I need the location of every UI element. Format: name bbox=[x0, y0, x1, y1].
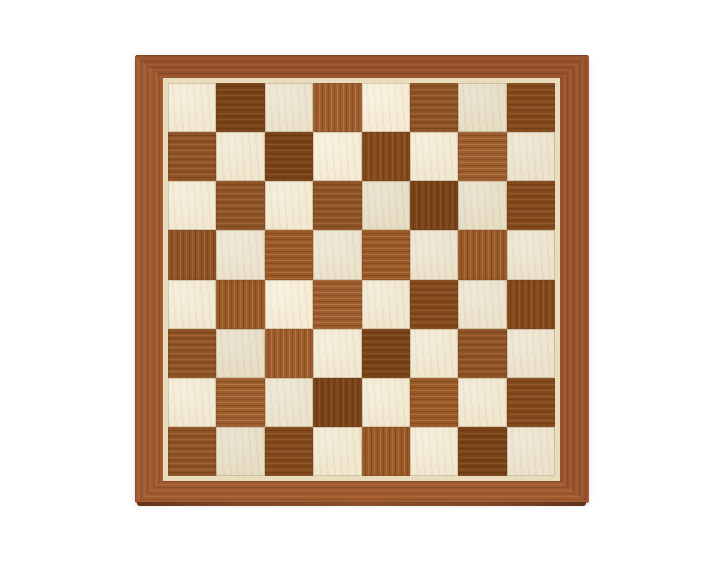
square-e6 bbox=[362, 181, 410, 230]
square-b3 bbox=[216, 329, 264, 378]
square-g1 bbox=[458, 427, 506, 476]
square-g6 bbox=[458, 181, 506, 230]
square-h3 bbox=[507, 329, 555, 378]
square-h1 bbox=[507, 427, 555, 476]
square-g4 bbox=[458, 280, 506, 329]
square-d2 bbox=[313, 378, 361, 427]
square-c3 bbox=[265, 329, 313, 378]
square-e1 bbox=[362, 427, 410, 476]
square-d7 bbox=[313, 132, 361, 181]
maple-inlay-border bbox=[163, 78, 560, 481]
square-c5 bbox=[265, 230, 313, 279]
square-a3 bbox=[168, 329, 216, 378]
square-b4 bbox=[216, 280, 264, 329]
square-b2 bbox=[216, 378, 264, 427]
board-side-edge bbox=[137, 502, 586, 506]
square-a5 bbox=[168, 230, 216, 279]
square-c8 bbox=[265, 83, 313, 132]
square-f8 bbox=[410, 83, 458, 132]
square-b5 bbox=[216, 230, 264, 279]
square-f7 bbox=[410, 132, 458, 181]
square-h2 bbox=[507, 378, 555, 427]
square-b6 bbox=[216, 181, 264, 230]
square-f5 bbox=[410, 230, 458, 279]
square-g7 bbox=[458, 132, 506, 181]
square-b1 bbox=[216, 427, 264, 476]
square-g3 bbox=[458, 329, 506, 378]
square-f1 bbox=[410, 427, 458, 476]
square-e3 bbox=[362, 329, 410, 378]
square-a2 bbox=[168, 378, 216, 427]
square-d8 bbox=[313, 83, 361, 132]
square-c7 bbox=[265, 132, 313, 181]
square-e8 bbox=[362, 83, 410, 132]
square-a4 bbox=[168, 280, 216, 329]
square-d4 bbox=[313, 280, 361, 329]
square-d6 bbox=[313, 181, 361, 230]
square-a8 bbox=[168, 83, 216, 132]
square-e7 bbox=[362, 132, 410, 181]
photo-background bbox=[0, 0, 720, 576]
square-h6 bbox=[507, 181, 555, 230]
square-f6 bbox=[410, 181, 458, 230]
square-g2 bbox=[458, 378, 506, 427]
square-e4 bbox=[362, 280, 410, 329]
square-a6 bbox=[168, 181, 216, 230]
square-g5 bbox=[458, 230, 506, 279]
square-a7 bbox=[168, 132, 216, 181]
square-f3 bbox=[410, 329, 458, 378]
square-b8 bbox=[216, 83, 264, 132]
board-top-surface bbox=[135, 55, 589, 503]
square-e5 bbox=[362, 230, 410, 279]
square-h4 bbox=[507, 280, 555, 329]
square-d1 bbox=[313, 427, 361, 476]
square-e2 bbox=[362, 378, 410, 427]
square-c6 bbox=[265, 181, 313, 230]
square-d5 bbox=[313, 230, 361, 279]
square-h7 bbox=[507, 132, 555, 181]
chess-board bbox=[135, 55, 589, 503]
square-a1 bbox=[168, 427, 216, 476]
square-c2 bbox=[265, 378, 313, 427]
square-c1 bbox=[265, 427, 313, 476]
square-g8 bbox=[458, 83, 506, 132]
square-f4 bbox=[410, 280, 458, 329]
square-b7 bbox=[216, 132, 264, 181]
square-d3 bbox=[313, 329, 361, 378]
board-grid bbox=[168, 83, 555, 476]
square-h8 bbox=[507, 83, 555, 132]
square-f2 bbox=[410, 378, 458, 427]
square-c4 bbox=[265, 280, 313, 329]
square-h5 bbox=[507, 230, 555, 279]
